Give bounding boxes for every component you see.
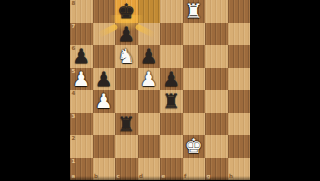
piece-white-king[interactable]: ♚: [185, 136, 203, 156]
square-b7[interactable]: [93, 23, 116, 46]
rank-label-4: 4: [72, 91, 76, 97]
square-a3[interactable]: 3: [70, 113, 93, 136]
square-c7[interactable]: ♟: [115, 23, 138, 46]
square-h6[interactable]: [228, 45, 251, 68]
square-a6[interactable]: 6♟: [70, 45, 93, 68]
square-g6[interactable]: [205, 45, 228, 68]
square-c8[interactable]: ♚: [115, 0, 138, 23]
square-b1[interactable]: b: [93, 158, 116, 181]
square-g4[interactable]: [205, 90, 228, 113]
file-label-c: c: [117, 174, 120, 180]
square-b3[interactable]: [93, 113, 116, 136]
square-e2[interactable]: [160, 135, 183, 158]
rank-label-2: 2: [72, 136, 76, 142]
square-a7[interactable]: 7: [70, 23, 93, 46]
right-black-bar: [250, 0, 320, 180]
square-a5[interactable]: 5♟: [70, 68, 93, 91]
piece-white-knight[interactable]: ♞: [117, 46, 135, 66]
square-d3[interactable]: [138, 113, 161, 136]
file-label-a: a: [72, 174, 76, 180]
square-f1[interactable]: f: [183, 158, 206, 181]
square-h2[interactable]: [228, 135, 251, 158]
left-black-bar: [0, 0, 70, 180]
piece-black-rook[interactable]: ♜: [162, 91, 180, 111]
square-h3[interactable]: [228, 113, 251, 136]
square-f5[interactable]: [183, 68, 206, 91]
piece-black-rook[interactable]: ♜: [117, 113, 135, 133]
square-d1[interactable]: d: [138, 158, 161, 181]
square-c4[interactable]: [115, 90, 138, 113]
square-e8[interactable]: [160, 0, 183, 23]
piece-black-king[interactable]: ♚: [117, 1, 135, 21]
rank-label-8: 8: [72, 1, 76, 7]
chess-board[interactable]: 8♚♜7♟6♟♞♟5♟♟♟♟4♟♜3♜2♚1abcdefgh: [70, 0, 250, 180]
square-h5[interactable]: [228, 68, 251, 91]
file-label-f: f: [184, 174, 186, 180]
square-c5[interactable]: [115, 68, 138, 91]
rank-label-3: 3: [72, 114, 76, 120]
file-label-h: h: [229, 174, 233, 180]
square-f6[interactable]: [183, 45, 206, 68]
square-h8[interactable]: [228, 0, 251, 23]
file-label-d: d: [139, 174, 143, 180]
square-d4[interactable]: [138, 90, 161, 113]
piece-black-pawn[interactable]: ♟: [162, 68, 180, 88]
square-d8[interactable]: [138, 0, 161, 23]
square-h1[interactable]: h: [228, 158, 251, 181]
square-d2[interactable]: [138, 135, 161, 158]
piece-black-pawn[interactable]: ♟: [72, 46, 90, 66]
square-h7[interactable]: [228, 23, 251, 46]
file-label-e: e: [162, 174, 166, 180]
square-g3[interactable]: [205, 113, 228, 136]
piece-black-pawn[interactable]: ♟: [140, 46, 158, 66]
square-e7[interactable]: [160, 23, 183, 46]
square-a4[interactable]: 4: [70, 90, 93, 113]
rank-label-7: 7: [72, 24, 76, 30]
square-g5[interactable]: [205, 68, 228, 91]
piece-black-pawn[interactable]: ♟: [95, 68, 113, 88]
square-d5[interactable]: ♟: [138, 68, 161, 91]
square-g1[interactable]: g: [205, 158, 228, 181]
square-a1[interactable]: 1a: [70, 158, 93, 181]
piece-white-pawn[interactable]: ♟: [95, 91, 113, 111]
square-c1[interactable]: c: [115, 158, 138, 181]
rank-label-1: 1: [72, 159, 76, 165]
square-f3[interactable]: [183, 113, 206, 136]
square-b5[interactable]: ♟: [93, 68, 116, 91]
square-f4[interactable]: [183, 90, 206, 113]
square-g7[interactable]: [205, 23, 228, 46]
square-e5[interactable]: ♟: [160, 68, 183, 91]
square-f2[interactable]: ♚: [183, 135, 206, 158]
square-e4[interactable]: ♜: [160, 90, 183, 113]
square-d7[interactable]: [138, 23, 161, 46]
square-g8[interactable]: [205, 0, 228, 23]
square-d6[interactable]: ♟: [138, 45, 161, 68]
piece-white-pawn[interactable]: ♟: [140, 68, 158, 88]
square-e6[interactable]: [160, 45, 183, 68]
square-b8[interactable]: [93, 0, 116, 23]
square-f7[interactable]: [183, 23, 206, 46]
piece-black-pawn[interactable]: ♟: [117, 23, 135, 43]
square-g2[interactable]: [205, 135, 228, 158]
video-frame: 8♚♜7♟6♟♞♟5♟♟♟♟4♟♜3♜2♚1abcdefgh: [0, 0, 320, 180]
piece-white-pawn[interactable]: ♟: [72, 68, 90, 88]
square-h4[interactable]: [228, 90, 251, 113]
file-label-g: g: [207, 174, 211, 180]
square-c2[interactable]: [115, 135, 138, 158]
square-f8[interactable]: ♜: [183, 0, 206, 23]
square-e1[interactable]: e: [160, 158, 183, 181]
square-b6[interactable]: [93, 45, 116, 68]
square-e3[interactable]: [160, 113, 183, 136]
file-label-b: b: [94, 174, 98, 180]
square-c6[interactable]: ♞: [115, 45, 138, 68]
square-b2[interactable]: [93, 135, 116, 158]
square-b4[interactable]: ♟: [93, 90, 116, 113]
square-a8[interactable]: 8: [70, 0, 93, 23]
piece-white-rook[interactable]: ♜: [185, 1, 203, 21]
square-c3[interactable]: ♜: [115, 113, 138, 136]
square-a2[interactable]: 2: [70, 135, 93, 158]
